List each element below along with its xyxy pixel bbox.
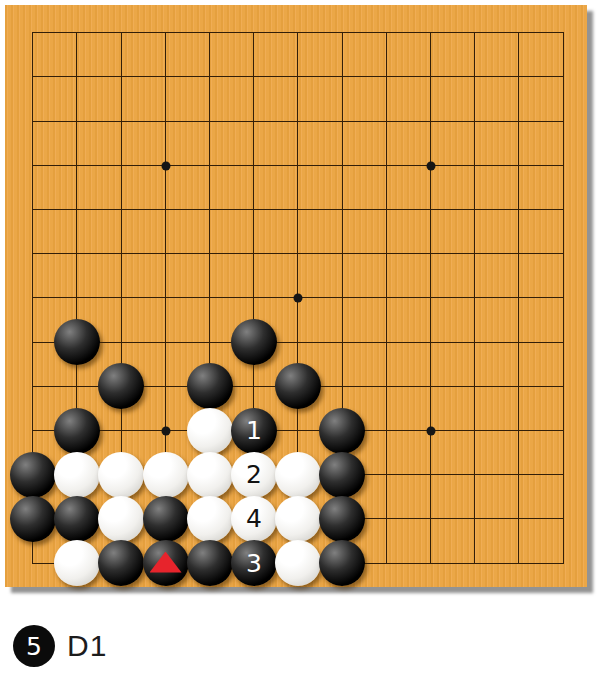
board-cell [209, 32, 253, 76]
move-number-label: 2 [246, 462, 262, 487]
board-cell [76, 209, 120, 253]
board-cell [518, 76, 562, 120]
board-cell [386, 342, 430, 386]
board-cell [297, 76, 341, 120]
board-cell [165, 76, 209, 120]
board-cell [32, 209, 76, 253]
board-cell [518, 165, 562, 209]
board-cell [430, 474, 474, 518]
board-cell [430, 297, 474, 341]
board-cell [253, 121, 297, 165]
board-cell [209, 165, 253, 209]
board-cell [430, 518, 474, 562]
board-cell [76, 76, 120, 120]
stone-D3[interactable] [143, 452, 189, 498]
board-cell [386, 430, 430, 474]
stone-G2[interactable] [275, 496, 321, 542]
stone-G1[interactable] [275, 540, 321, 586]
board-cell [121, 253, 165, 297]
board-cell [430, 209, 474, 253]
board-cell [342, 165, 386, 209]
board-cell [386, 32, 430, 76]
board-cell [165, 121, 209, 165]
board-cell [121, 165, 165, 209]
star-point-K4 [426, 426, 435, 435]
board-cell [430, 76, 474, 120]
stone-C2[interactable] [98, 496, 144, 542]
board-cell [297, 165, 341, 209]
board-cell [474, 32, 518, 76]
board-cell [209, 209, 253, 253]
board-cell [32, 76, 76, 120]
stone-E3[interactable] [187, 452, 233, 498]
board-cell [518, 209, 562, 253]
board-cell [121, 121, 165, 165]
board-cell [474, 165, 518, 209]
board-cell [474, 518, 518, 562]
stone-A2[interactable] [10, 496, 56, 542]
board-cell [32, 253, 76, 297]
board-cell [165, 209, 209, 253]
star-point-G7 [294, 294, 303, 303]
move-caption: 5 D1 [13, 624, 107, 668]
board-cell [297, 32, 341, 76]
board-cell [297, 297, 341, 341]
stone-B6[interactable] [54, 319, 100, 365]
board-cell [430, 32, 474, 76]
stone-F2[interactable]: 4 [231, 496, 277, 542]
board-cell [386, 165, 430, 209]
stone-H4[interactable] [319, 408, 365, 454]
board-cell [209, 121, 253, 165]
triangle-marker-icon [150, 552, 182, 573]
caption-coordinate-label: D1 [67, 629, 107, 663]
board-cell [342, 253, 386, 297]
board-cell [518, 474, 562, 518]
board-cell [518, 430, 562, 474]
board-cell [474, 474, 518, 518]
stone-D1[interactable] [143, 540, 189, 586]
stone-F4[interactable]: 1 [231, 408, 277, 454]
board-cell [474, 209, 518, 253]
board-cell [518, 253, 562, 297]
stone-A3[interactable] [10, 452, 56, 498]
board-cell [297, 209, 341, 253]
stone-G3[interactable] [275, 452, 321, 498]
move-number-label: 1 [246, 418, 262, 443]
stone-E2[interactable] [187, 496, 233, 542]
board-cell [76, 32, 120, 76]
stone-G5[interactable] [275, 363, 321, 409]
board-cell [121, 297, 165, 341]
board-cell [386, 518, 430, 562]
board-cell [386, 386, 430, 430]
star-point-D4 [161, 426, 170, 435]
board-cell [165, 165, 209, 209]
move-number-label: 4 [246, 506, 262, 531]
star-point-K10 [426, 161, 435, 170]
board-cell [474, 342, 518, 386]
board-cell [386, 297, 430, 341]
board-cell [386, 121, 430, 165]
board-cell [32, 32, 76, 76]
stone-D2[interactable] [143, 496, 189, 542]
board-cell [430, 253, 474, 297]
board-cell [518, 342, 562, 386]
stone-E5[interactable] [187, 363, 233, 409]
board-cell [253, 209, 297, 253]
board-cell [430, 121, 474, 165]
stone-H2[interactable] [319, 496, 365, 542]
board-cell [253, 32, 297, 76]
board-cell [430, 342, 474, 386]
board-cell [474, 253, 518, 297]
board-cell [386, 76, 430, 120]
stone-E1[interactable] [187, 540, 233, 586]
board-cell [342, 297, 386, 341]
board-cell [165, 297, 209, 341]
board-cell [430, 165, 474, 209]
board-cell [518, 518, 562, 562]
board-cell [474, 297, 518, 341]
stone-F6[interactable] [231, 319, 277, 365]
board-cell [518, 386, 562, 430]
board-cell [209, 253, 253, 297]
board-cell [474, 430, 518, 474]
board-cell [342, 342, 386, 386]
board-cell [386, 474, 430, 518]
board-cell [474, 121, 518, 165]
board-cell [76, 253, 120, 297]
board-cell [76, 121, 120, 165]
stone-B1[interactable] [54, 540, 100, 586]
stone-F1[interactable]: 3 [231, 540, 277, 586]
board-cell [518, 32, 562, 76]
board-cell [32, 121, 76, 165]
board-cell [165, 32, 209, 76]
caption-move-stone: 5 [13, 625, 55, 667]
board-cell [474, 386, 518, 430]
board-cell [474, 76, 518, 120]
go-board[interactable]: 1243 [5, 5, 587, 587]
caption-move-number: 5 [26, 632, 42, 661]
board-cell [297, 121, 341, 165]
board-cell [121, 76, 165, 120]
stone-B3[interactable] [54, 452, 100, 498]
board-cell [76, 165, 120, 209]
board-cell [518, 297, 562, 341]
board-cell [342, 121, 386, 165]
board-cell [121, 32, 165, 76]
stone-E4[interactable] [187, 408, 233, 454]
stone-B4[interactable] [54, 408, 100, 454]
board-cell [253, 165, 297, 209]
stone-C5[interactable] [98, 363, 144, 409]
board-cell [253, 253, 297, 297]
stone-H3[interactable] [319, 452, 365, 498]
board-cell [386, 253, 430, 297]
stone-B2[interactable] [54, 496, 100, 542]
board-cell [342, 32, 386, 76]
board-cell [165, 253, 209, 297]
board-cell [253, 76, 297, 120]
board-cell [32, 165, 76, 209]
stone-F3[interactable]: 2 [231, 452, 277, 498]
move-number-label: 3 [246, 551, 262, 576]
board-cell [386, 209, 430, 253]
stone-H1[interactable] [319, 540, 365, 586]
board-cell [342, 76, 386, 120]
star-point-D10 [161, 161, 170, 170]
board-cell [297, 253, 341, 297]
stone-C1[interactable] [98, 540, 144, 586]
board-cell [209, 76, 253, 120]
board-cell [518, 121, 562, 165]
board-cell [430, 430, 474, 474]
board-cell [342, 209, 386, 253]
board-cell [430, 386, 474, 430]
board-cell [121, 209, 165, 253]
stone-C3[interactable] [98, 452, 144, 498]
